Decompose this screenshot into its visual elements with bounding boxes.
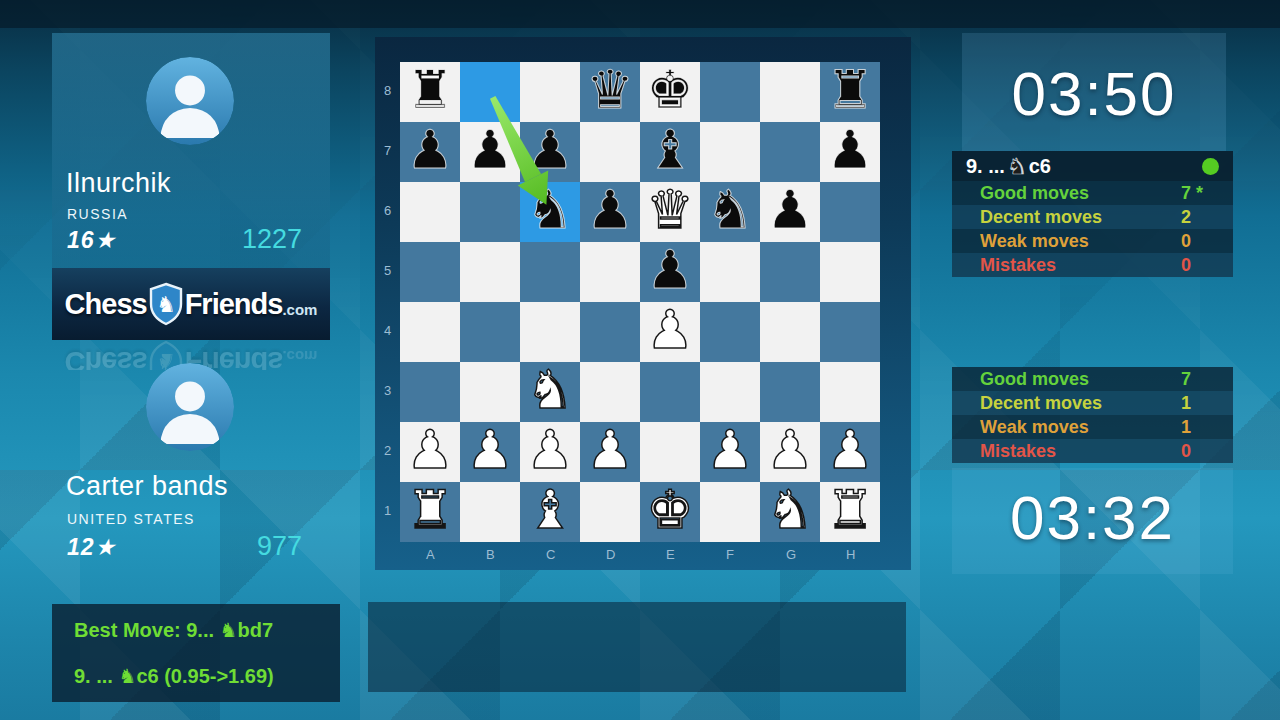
stat-label: Good moves [980,369,1089,390]
best-move-box: Best Move: 9... ♞bd7 9. ... ♞c6 (0.95->1… [52,604,340,702]
logo-word-chess: Chess [65,346,147,371]
square-h3[interactable] [820,362,880,422]
stat-row-weak-moves: Weak moves0 [952,229,1233,253]
stat-label: Weak moves [980,231,1089,252]
move-quality-panel-bottom: Good moves7Decent moves1Weak moves1Mista… [952,367,1233,463]
rank-label-6: 6 [384,203,391,218]
white-knight: ♞ [526,360,574,420]
rank-label-3: 3 [384,383,391,398]
black-bishop: ♝ [646,120,694,180]
black-pawn: ♟ [826,120,874,180]
stat-label: Decent moves [980,207,1102,228]
square-d2[interactable]: ♟ [580,422,640,482]
move-number: 9. ... [966,155,1005,178]
white-pawn: ♟ [826,420,874,480]
rank-label-7: 7 [384,143,391,158]
square-e8[interactable]: ♚ [640,62,700,122]
stat-row-weak-moves: Weak moves1 [952,415,1233,439]
square-a7[interactable]: ♟ [400,122,460,182]
stat-value: 7 [1181,369,1233,390]
move-square: c6 [1029,155,1051,178]
square-a5[interactable] [400,242,460,302]
square-g5[interactable] [760,242,820,302]
white-knight: ♞ [766,480,814,540]
black-knight: ♞ [526,180,574,240]
file-label-e: E [666,547,675,562]
square-b5[interactable] [460,242,520,302]
square-c5[interactable] [520,242,580,302]
square-d6[interactable]: ♟ [580,182,640,242]
square-g4[interactable] [760,302,820,362]
square-b2[interactable]: ♟ [460,422,520,482]
file-label-b: B [486,547,495,562]
player-bottom-name: Carter bands [66,471,228,502]
stat-label: Mistakes [980,441,1056,462]
white-pawn: ♟ [406,420,454,480]
move-quality-panel-top: 9. ... ♞c6 Good moves7 *Decent moves2Wea… [952,151,1233,277]
square-c3[interactable]: ♞ [520,362,580,422]
stat-label: Good moves [980,183,1089,204]
square-c1[interactable]: ♝ [520,482,580,542]
player-top-stars: 16★ [67,227,116,254]
move-list-panel [368,602,906,692]
stat-value: 0 [1181,441,1233,462]
square-d5[interactable] [580,242,640,302]
top-dark-strip [0,0,1280,28]
square-f1[interactable] [700,482,760,542]
white-queen: ♛ [646,180,694,240]
square-e1[interactable]: ♚ [640,482,700,542]
player-top-rating: 1227 [242,224,302,255]
played-move-eval-line: 9. ... ♞c6 (0.95->1.69) [74,664,274,688]
square-f6[interactable]: ♞ [700,182,760,242]
square-a8[interactable]: ♜ [400,62,460,122]
square-f2[interactable]: ♟ [700,422,760,482]
chessfriends-logo-band: Chess ♞ Friends .com [52,268,330,340]
chess-board-frame: ♜♛♚♜♟♟♟♝♟♞♟♛♞♟♟♟♞♟♟♟♟♟♟♟♜♝♚♞♜ 87654321AB… [375,37,911,570]
stat-value: 1 [1181,417,1233,438]
white-pawn: ♟ [706,420,754,480]
square-b3[interactable] [460,362,520,422]
white-bishop: ♝ [526,480,574,540]
knight-icon: ♞ [1007,154,1027,179]
chess-board: ♜♛♚♜♟♟♟♝♟♞♟♛♞♟♟♟♞♟♟♟♟♟♟♟♜♝♚♞♜ [400,62,880,542]
black-rook: ♜ [406,60,454,120]
square-g8[interactable] [760,62,820,122]
file-label-c: C [546,547,555,562]
player-top-name: Ilnurchik [66,168,171,199]
white-pawn: ♟ [526,420,574,480]
black-pawn: ♟ [406,120,454,180]
stat-row-good-moves: Good moves7 * [952,181,1233,205]
square-f3[interactable] [700,362,760,422]
square-b1[interactable] [460,482,520,542]
logo-suffix-com: .com [282,301,317,318]
rank-label-1: 1 [384,503,391,518]
file-label-g: G [786,547,796,562]
square-h4[interactable] [820,302,880,362]
black-pawn: ♟ [766,180,814,240]
square-a1[interactable]: ♜ [400,482,460,542]
square-f4[interactable] [700,302,760,362]
black-king: ♚ [646,60,694,120]
square-b8[interactable] [460,62,520,122]
square-e4[interactable]: ♟ [640,302,700,362]
rank-label-5: 5 [384,263,391,278]
chessfriends-app: Ilnurchik RUSSIA 16★ 1227 Chess ♞ Friend… [0,0,1280,720]
square-d8[interactable]: ♛ [580,62,640,122]
square-c6[interactable]: ♞ [520,182,580,242]
square-e2[interactable] [640,422,700,482]
square-e7[interactable]: ♝ [640,122,700,182]
square-a2[interactable]: ♟ [400,422,460,482]
stat-row-decent-moves: Decent moves1 [952,391,1233,415]
square-f5[interactable] [700,242,760,302]
square-a4[interactable] [400,302,460,362]
best-move-line: Best Move: 9... ♞bd7 [74,618,273,642]
square-f7[interactable] [700,122,760,182]
square-c8[interactable] [520,62,580,122]
square-a6[interactable] [400,182,460,242]
file-label-a: A [426,547,435,562]
stat-row-decent-moves: Decent moves2 [952,205,1233,229]
stat-row-mistakes: Mistakes0 [952,253,1233,277]
connection-status-dot [1202,158,1219,175]
white-pawn: ♟ [646,300,694,360]
file-label-h: H [846,547,855,562]
logo-word-chess: Chess [65,288,147,321]
square-h5[interactable] [820,242,880,302]
black-pawn: ♟ [586,180,634,240]
black-queen: ♛ [586,60,634,120]
square-g7[interactable] [760,122,820,182]
logo-suffix-com: .com [282,349,317,366]
stat-value: 7 * [1181,183,1233,204]
stat-row-good-moves: Good moves7 [952,367,1233,391]
clock-bottom: 03:32 [952,482,1233,553]
player-top-country: RUSSIA [67,206,128,222]
square-h6[interactable] [820,182,880,242]
white-rook: ♜ [826,480,874,540]
svg-text:♞: ♞ [156,292,176,317]
player-bottom-stars: 12★ [67,534,116,561]
stat-row-mistakes: Mistakes0 [952,439,1233,463]
avatar [146,363,234,451]
black-pawn: ♟ [646,240,694,300]
white-pawn: ♟ [586,420,634,480]
black-pawn: ♟ [526,120,574,180]
clock-top: 03:50 [962,58,1226,129]
square-d4[interactable] [580,302,640,362]
square-h1[interactable]: ♜ [820,482,880,542]
file-label-f: F [726,547,734,562]
last-move-header: 9. ... ♞c6 [952,151,1233,181]
square-b6[interactable] [460,182,520,242]
square-h8[interactable]: ♜ [820,62,880,122]
black-pawn: ♟ [466,120,514,180]
square-g2[interactable]: ♟ [760,422,820,482]
square-d1[interactable] [580,482,640,542]
player-bottom-country: UNITED STATES [67,511,195,527]
stat-label: Decent moves [980,393,1102,414]
chessfriends-logo: Chess ♞ Friends .com [65,282,318,326]
square-e6[interactable]: ♛ [640,182,700,242]
square-c2[interactable]: ♟ [520,422,580,482]
stat-label: Weak moves [980,417,1089,438]
square-g1[interactable]: ♞ [760,482,820,542]
black-knight: ♞ [706,180,754,240]
square-b4[interactable] [460,302,520,362]
shield-knight-icon: ♞ [148,282,184,326]
stat-label: Mistakes [980,255,1056,276]
square-a3[interactable] [400,362,460,422]
black-rook: ♜ [826,60,874,120]
avatar [146,57,234,145]
white-pawn: ♟ [466,420,514,480]
square-h2[interactable]: ♟ [820,422,880,482]
stat-value: 1 [1181,393,1233,414]
rank-label-2: 2 [384,443,391,458]
square-f8[interactable] [700,62,760,122]
player-bottom-rating: 977 [257,531,302,562]
white-rook: ♜ [406,480,454,540]
square-g3[interactable] [760,362,820,422]
rank-label-4: 4 [384,323,391,338]
stat-value: 2 [1181,207,1233,228]
square-d7[interactable] [580,122,640,182]
stat-value: 0 [1181,231,1233,252]
square-b7[interactable]: ♟ [460,122,520,182]
square-g6[interactable]: ♟ [760,182,820,242]
logo-word-friends: Friends [185,288,283,321]
square-h7[interactable]: ♟ [820,122,880,182]
white-king: ♚ [646,480,694,540]
square-c7[interactable]: ♟ [520,122,580,182]
square-d3[interactable] [580,362,640,422]
file-label-d: D [606,547,615,562]
square-e5[interactable]: ♟ [640,242,700,302]
stat-value: 0 [1181,255,1233,276]
white-pawn: ♟ [766,420,814,480]
square-e3[interactable] [640,362,700,422]
square-c4[interactable] [520,302,580,362]
rank-label-8: 8 [384,83,391,98]
